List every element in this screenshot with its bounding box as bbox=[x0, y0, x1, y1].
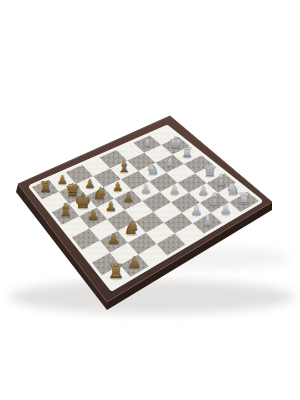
piece-brass-knight-f3: ♞ bbox=[124, 217, 140, 238]
silver-pawn-glyph: ♟ bbox=[165, 156, 175, 169]
brass-bishop-glyph: ♝ bbox=[117, 158, 130, 176]
piece-brass-pawn-d2: ♟ bbox=[87, 207, 99, 223]
silver-pawn-glyph: ♟ bbox=[169, 182, 180, 197]
chess-set-product-photo: ♟♚♜♟♝♞♛♟♝♟♟♜♟♟♞♟♛♞♟♜♝♚♟♟♟♝♟♟♞♟♟♜ bbox=[0, 0, 300, 400]
silver-pawn-glyph: ♟ bbox=[201, 212, 213, 228]
piece-brass-pawn-f2: ♟ bbox=[107, 231, 120, 247]
brass-bishop-glyph: ♝ bbox=[58, 200, 74, 220]
piece-brass-pawn-d4: ♟ bbox=[123, 190, 134, 205]
brass-pawn-glyph: ♟ bbox=[112, 180, 123, 194]
brass-rook-glyph: ♜ bbox=[108, 260, 125, 282]
board-floor-shadow bbox=[10, 280, 294, 314]
piece-silver-pawn-h6: ♟ bbox=[201, 212, 213, 228]
piece-brass-rook-h1: ♜ bbox=[108, 260, 125, 282]
silver-pawn-glyph: ♟ bbox=[140, 181, 151, 196]
piece-brass-pawn-c4: ♟ bbox=[112, 180, 123, 194]
piece-brass-pawn-d3: ♟ bbox=[105, 199, 117, 214]
silver-rook-glyph: ♜ bbox=[237, 190, 251, 208]
piece-brass-pawn-h2: ♟ bbox=[127, 254, 141, 272]
brass-knight-glyph: ♞ bbox=[124, 217, 140, 238]
piece-silver-pawn-c7: ♟ bbox=[165, 156, 175, 169]
piece-silver-pawn-d5: ♟ bbox=[140, 181, 151, 196]
silver-rook-glyph: ♜ bbox=[181, 145, 193, 160]
piece-silver-pawn-h7: ♟ bbox=[220, 202, 232, 217]
piece-silver-rook-h8: ♜ bbox=[237, 190, 251, 208]
brass-pawn-glyph: ♟ bbox=[105, 199, 117, 214]
brass-pawn-glyph: ♟ bbox=[123, 190, 134, 205]
piece-brass-rook-a1: ♜ bbox=[39, 178, 52, 195]
piece-brass-bishop-c1: ♝ bbox=[58, 200, 74, 220]
silver-pawn-glyph: ♟ bbox=[143, 136, 152, 148]
piece-silver-pawn-e6: ♟ bbox=[169, 182, 180, 197]
piece-silver-pawn-a7: ♟ bbox=[143, 136, 152, 148]
brass-pawn-glyph: ♟ bbox=[87, 207, 99, 223]
brass-pawn-glyph: ♟ bbox=[107, 231, 120, 247]
piece-brass-bishop-b5: ♝ bbox=[117, 158, 130, 176]
piece-silver-knight-c6: ♞ bbox=[146, 160, 159, 177]
brass-pawn-glyph: ♟ bbox=[127, 254, 141, 272]
chess-board-scene: ♟♚♜♟♝♞♛♟♝♟♟♜♟♟♞♟♛♞♟♜♝♚♟♟♟♝♟♟♞♟♟♜ bbox=[0, 0, 300, 400]
silver-pawn-glyph: ♟ bbox=[220, 202, 232, 217]
silver-knight-glyph: ♞ bbox=[146, 160, 159, 177]
piece-silver-rook-c8: ♜ bbox=[181, 145, 193, 160]
brass-rook-glyph: ♜ bbox=[39, 178, 52, 195]
